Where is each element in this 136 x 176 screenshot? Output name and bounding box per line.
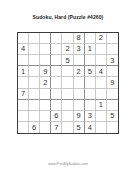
sudoku-cell-empty: [62, 122, 73, 133]
sudoku-cell-given: 1: [96, 100, 107, 111]
sudoku-cell-empty: [85, 33, 96, 44]
footer-url: www.PrintMySudoku.com: [0, 162, 136, 166]
sudoku-cell-empty: [51, 44, 62, 55]
sudoku-cell-given: 2: [74, 66, 85, 77]
sudoku-cell-empty: [51, 89, 62, 100]
sudoku-cell-empty: [29, 77, 40, 88]
sudoku-cell-given: 5: [74, 122, 85, 133]
sudoku-cell-empty: [96, 111, 107, 122]
sudoku-board: 8242315319254297169356754: [17, 32, 119, 134]
sudoku-cell-given: 7: [18, 89, 29, 100]
sudoku-cell-given: 4: [18, 44, 29, 55]
sudoku-cell-given: 8: [74, 33, 85, 44]
sudoku-cell-empty: [40, 122, 51, 133]
sudoku-cell-empty: [40, 55, 51, 66]
sudoku-cell-given: 2: [96, 33, 107, 44]
sudoku-cell-empty: [85, 55, 96, 66]
sudoku-cell-empty: [18, 77, 29, 88]
sudoku-cell-empty: [85, 77, 96, 88]
sudoku-cell-empty: [107, 66, 118, 77]
sudoku-cell-empty: [40, 100, 51, 111]
sudoku-cell-empty: [96, 55, 107, 66]
sudoku-cell-given: 9: [107, 77, 118, 88]
sudoku-cell-given: 5: [62, 55, 73, 66]
sudoku-cell-empty: [107, 122, 118, 133]
sudoku-cell-empty: [29, 66, 40, 77]
sudoku-cell-empty: [107, 33, 118, 44]
sudoku-cell-empty: [74, 100, 85, 111]
sudoku-cell-given: 3: [107, 55, 118, 66]
sudoku-cell-empty: [85, 100, 96, 111]
sudoku-cell-given: 9: [74, 111, 85, 122]
sudoku-cell-empty: [85, 89, 96, 100]
sudoku-cell-given: 4: [96, 66, 107, 77]
sudoku-cell-empty: [29, 89, 40, 100]
sudoku-cell-empty: [62, 66, 73, 77]
sudoku-cell-given: 6: [29, 122, 40, 133]
sudoku-cell-empty: [18, 100, 29, 111]
sudoku-cell-empty: [51, 66, 62, 77]
sudoku-cell-empty: [40, 33, 51, 44]
sudoku-cell-empty: [62, 77, 73, 88]
sudoku-cell-empty: [29, 33, 40, 44]
sudoku-cell-empty: [62, 111, 73, 122]
sudoku-cell-empty: [18, 122, 29, 133]
sudoku-cell-empty: [107, 89, 118, 100]
sudoku-cell-given: 5: [85, 66, 96, 77]
sudoku-cell-empty: [51, 77, 62, 88]
sudoku-cell-given: 1: [18, 66, 29, 77]
sudoku-cell-empty: [51, 55, 62, 66]
sudoku-cell-empty: [74, 89, 85, 100]
sudoku-cell-empty: [96, 122, 107, 133]
sudoku-cell-given: 3: [85, 111, 96, 122]
sudoku-cell-empty: [62, 89, 73, 100]
sudoku-cell-empty: [29, 111, 40, 122]
sudoku-cell-empty: [29, 100, 40, 111]
sudoku-printable-page: Sudoku, Hard (Puzzle #4260) 824231531925…: [0, 0, 136, 176]
sudoku-cell-empty: [74, 77, 85, 88]
sudoku-cell-empty: [29, 44, 40, 55]
sudoku-cell-given: 7: [51, 122, 62, 133]
sudoku-cell-given: 9: [40, 66, 51, 77]
sudoku-cell-empty: [18, 33, 29, 44]
sudoku-cell-empty: [40, 44, 51, 55]
sudoku-cell-empty: [51, 100, 62, 111]
sudoku-cell-empty: [107, 100, 118, 111]
sudoku-cell-empty: [96, 89, 107, 100]
sudoku-cell-given: 3: [74, 44, 85, 55]
sudoku-cell-empty: [96, 77, 107, 88]
sudoku-cell-given: 2: [40, 77, 51, 88]
sudoku-cell-empty: [51, 33, 62, 44]
page-title: Sudoku, Hard (Puzzle #4260): [0, 14, 136, 20]
sudoku-cell-empty: [18, 111, 29, 122]
sudoku-cell-given: 5: [107, 111, 118, 122]
sudoku-cell-given: 4: [85, 122, 96, 133]
sudoku-cell-empty: [18, 55, 29, 66]
sudoku-cell-empty: [62, 100, 73, 111]
sudoku-cell-empty: [29, 55, 40, 66]
sudoku-cell-empty: [62, 33, 73, 44]
sudoku-cell-empty: [40, 89, 51, 100]
sudoku-cell-given: 1: [85, 44, 96, 55]
sudoku-cell-empty: [96, 44, 107, 55]
sudoku-cell-empty: [107, 44, 118, 55]
sudoku-cell-empty: [40, 111, 51, 122]
sudoku-cell-given: 2: [62, 44, 73, 55]
sudoku-cell-empty: [74, 55, 85, 66]
sudoku-cell-given: 6: [51, 111, 62, 122]
